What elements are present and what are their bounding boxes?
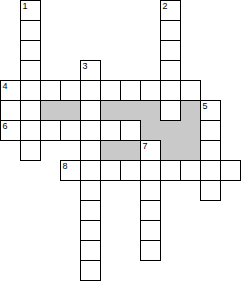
blocked-cell — [120, 100, 141, 121]
blocked-cell — [180, 100, 201, 121]
letter-cell[interactable] — [140, 180, 161, 201]
letter-cell[interactable] — [40, 80, 61, 101]
letter-cell[interactable] — [60, 120, 81, 141]
letter-cell[interactable] — [160, 100, 181, 121]
letter-cell[interactable] — [180, 80, 201, 101]
letter-cell[interactable] — [20, 60, 41, 81]
letter-cell[interactable]: 5 — [200, 100, 221, 121]
letter-cell[interactable] — [60, 80, 81, 101]
letter-cell[interactable] — [220, 160, 241, 181]
clue-number: 7 — [143, 141, 148, 151]
letter-cell[interactable]: 8 — [60, 160, 81, 181]
letter-cell[interactable] — [140, 220, 161, 241]
clue-number: 5 — [203, 101, 208, 111]
letter-cell[interactable] — [160, 80, 181, 101]
letter-cell[interactable] — [80, 220, 101, 241]
blocked-cell — [60, 100, 81, 121]
letter-cell[interactable]: 2 — [160, 0, 181, 21]
blocked-cell — [120, 140, 141, 161]
blocked-cell — [100, 100, 121, 121]
letter-cell[interactable] — [120, 120, 141, 141]
letter-cell[interactable]: 4 — [0, 80, 21, 101]
blocked-cell — [140, 100, 161, 121]
letter-cell[interactable] — [200, 180, 221, 201]
letter-cell[interactable] — [100, 80, 121, 101]
blocked-cell — [140, 120, 161, 141]
letter-cell[interactable] — [40, 120, 61, 141]
letter-cell[interactable]: 6 — [0, 120, 21, 141]
blocked-cell — [180, 140, 201, 161]
blocked-cell — [160, 120, 181, 141]
letter-cell[interactable] — [80, 240, 101, 261]
letter-cell[interactable] — [140, 160, 161, 181]
blocked-cell — [100, 140, 121, 161]
letter-cell[interactable] — [20, 80, 41, 101]
blocked-cell — [160, 140, 181, 161]
letter-cell[interactable] — [200, 140, 221, 161]
letter-cell[interactable] — [160, 20, 181, 41]
clue-number: 6 — [3, 121, 8, 131]
letter-cell[interactable]: 7 — [140, 140, 161, 161]
letter-cell[interactable] — [20, 40, 41, 61]
clue-number: 1 — [23, 1, 28, 11]
clue-number: 3 — [83, 61, 88, 71]
letter-cell[interactable] — [80, 160, 101, 181]
letter-cell[interactable] — [0, 100, 21, 121]
letter-cell[interactable] — [200, 120, 221, 141]
letter-cell[interactable] — [180, 160, 201, 181]
letter-cell[interactable] — [80, 100, 101, 121]
clue-number: 2 — [163, 1, 168, 11]
letter-cell[interactable] — [140, 200, 161, 221]
letter-cell[interactable] — [200, 160, 221, 181]
crossword-board: 12345678 — [0, 0, 241, 281]
letter-cell[interactable] — [100, 160, 121, 181]
letter-cell[interactable] — [120, 80, 141, 101]
letter-cell[interactable] — [80, 260, 101, 281]
letter-cell[interactable] — [120, 160, 141, 181]
letter-cell[interactable] — [80, 140, 101, 161]
letter-cell[interactable] — [100, 120, 121, 141]
blocked-cell — [40, 100, 61, 121]
letter-cell[interactable] — [80, 80, 101, 101]
letter-cell[interactable] — [140, 80, 161, 101]
letter-cell[interactable] — [140, 240, 161, 261]
clue-number: 8 — [63, 161, 68, 171]
letter-cell[interactable]: 1 — [20, 0, 41, 21]
letter-cell[interactable] — [160, 40, 181, 61]
clue-number: 4 — [3, 81, 8, 91]
letter-cell[interactable] — [80, 200, 101, 221]
letter-cell[interactable] — [160, 60, 181, 81]
letter-cell[interactable] — [20, 140, 41, 161]
letter-cell[interactable] — [160, 160, 181, 181]
blocked-cell — [180, 120, 201, 141]
letter-cell[interactable]: 3 — [80, 60, 101, 81]
letter-cell[interactable] — [20, 100, 41, 121]
letter-cell[interactable] — [20, 20, 41, 41]
letter-cell[interactable] — [80, 180, 101, 201]
letter-cell[interactable] — [20, 120, 41, 141]
letter-cell[interactable] — [80, 120, 101, 141]
